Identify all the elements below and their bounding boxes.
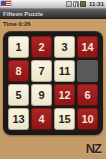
- tile-5[interactable]: 5: [8, 84, 29, 106]
- nz-logo: NZ: [86, 141, 101, 156]
- tile-1[interactable]: 1: [8, 36, 29, 58]
- tile-3[interactable]: 3: [54, 36, 75, 58]
- empty-cell: [77, 60, 98, 82]
- board-grid: 123148711591261341510: [3, 31, 103, 135]
- title-bar: Fifteen Puzzle: [0, 9, 106, 19]
- signal-icon: [73, 1, 79, 7]
- game-area: Time 0:26 123148711591261341510 NZ: [0, 19, 106, 159]
- tile-9[interactable]: 9: [31, 84, 52, 106]
- battery-icon: [80, 1, 86, 7]
- tile-10[interactable]: 10: [77, 108, 98, 130]
- status-clock: 11:31: [89, 1, 104, 7]
- tile-11[interactable]: 11: [54, 60, 75, 82]
- tile-13[interactable]: 13: [8, 108, 29, 130]
- tile-14[interactable]: 14: [77, 36, 98, 58]
- status-bar: 11:31: [0, 0, 106, 9]
- usb-icon: [66, 1, 72, 7]
- tile-4[interactable]: 4: [31, 108, 52, 130]
- phone-screen: 11:31 Fifteen Puzzle Time 0:26 123148711…: [0, 0, 106, 159]
- timer-label: Time 0:26: [0, 19, 106, 27]
- tile-2[interactable]: 2: [31, 36, 52, 58]
- us-flag-icon: [1, 1, 11, 7]
- tile-15[interactable]: 15: [54, 108, 75, 130]
- tile-8[interactable]: 8: [8, 60, 29, 82]
- tile-12[interactable]: 12: [54, 84, 75, 106]
- tile-7[interactable]: 7: [31, 60, 52, 82]
- app-title: Fifteen Puzzle: [0, 11, 43, 17]
- tile-6[interactable]: 6: [77, 84, 98, 106]
